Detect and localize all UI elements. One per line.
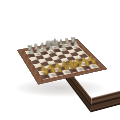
base-front-face <box>91 81 120 113</box>
product-photo: ♜♞♝♛♚♝♞♜♟♟♟♟♟♟♟♟♟♟♟♟♟♟♟♟♜♞♝♛♚♝♞♜ <box>0 0 120 120</box>
chess-set-scene: ♜♞♝♛♚♝♞♜♟♟♟♟♟♟♟♟♟♟♟♟♟♟♟♟♜♞♝♛♚♝♞♜ <box>0 0 120 120</box>
